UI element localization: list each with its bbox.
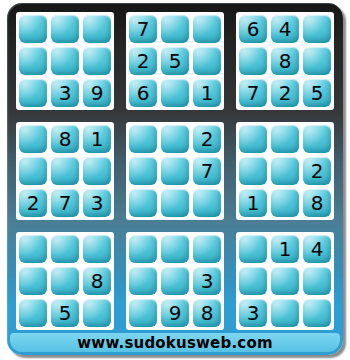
- cell-r9c6[interactable]: 8: [193, 299, 221, 327]
- cell-r3c5[interactable]: [161, 79, 189, 107]
- cell-r9c8[interactable]: [271, 299, 299, 327]
- cell-r2c1[interactable]: [19, 47, 47, 75]
- cell-r8c4[interactable]: [129, 267, 157, 295]
- cell-r6c8[interactable]: [271, 189, 299, 217]
- sudoku-page: 3972561648725812732721885398143 www.sudo…: [0, 0, 350, 360]
- cell-r7c6[interactable]: [193, 235, 221, 263]
- cell-r5c4[interactable]: [129, 157, 157, 185]
- cell-r5c3[interactable]: [83, 157, 111, 185]
- sudoku-box-1-3: 648725: [236, 12, 334, 110]
- sudoku-box-1-1: 39: [16, 12, 114, 110]
- cell-r9c1[interactable]: [19, 299, 47, 327]
- cell-r2c9[interactable]: [303, 47, 331, 75]
- cell-r2c2[interactable]: [51, 47, 79, 75]
- cell-r5c5[interactable]: [161, 157, 189, 185]
- sudoku-box-3-2: 398: [126, 232, 224, 330]
- cell-r2c4[interactable]: 2: [129, 47, 157, 75]
- cell-r5c1[interactable]: [19, 157, 47, 185]
- cell-r1c5[interactable]: [161, 15, 189, 43]
- cell-r7c4[interactable]: [129, 235, 157, 263]
- cell-r7c1[interactable]: [19, 235, 47, 263]
- cell-r7c2[interactable]: [51, 235, 79, 263]
- cell-r1c9[interactable]: [303, 15, 331, 43]
- cell-r2c6[interactable]: [193, 47, 221, 75]
- sudoku-board-frame: 3972561648725812732721885398143 www.sudo…: [7, 3, 343, 355]
- cell-r4c1[interactable]: [19, 125, 47, 153]
- cell-r2c8[interactable]: 8: [271, 47, 299, 75]
- cell-r7c5[interactable]: [161, 235, 189, 263]
- cell-r9c2[interactable]: 5: [51, 299, 79, 327]
- sudoku-box-3-1: 85: [16, 232, 114, 330]
- cell-r8c9[interactable]: [303, 267, 331, 295]
- sudoku-box-2-3: 218: [236, 122, 334, 220]
- footer-band: www.sudokusweb.com: [10, 333, 340, 352]
- cell-r4c5[interactable]: [161, 125, 189, 153]
- cell-r5c2[interactable]: [51, 157, 79, 185]
- sudoku-box-3-3: 143: [236, 232, 334, 330]
- cell-r6c3[interactable]: 3: [83, 189, 111, 217]
- cell-r9c7[interactable]: 3: [239, 299, 267, 327]
- cell-r5c9[interactable]: 2: [303, 157, 331, 185]
- cell-r6c1[interactable]: 2: [19, 189, 47, 217]
- cell-r8c5[interactable]: [161, 267, 189, 295]
- cell-r3c7[interactable]: 7: [239, 79, 267, 107]
- cell-r4c9[interactable]: [303, 125, 331, 153]
- cell-r7c7[interactable]: [239, 235, 267, 263]
- cell-r4c6[interactable]: 2: [193, 125, 221, 153]
- cell-r8c3[interactable]: 8: [83, 267, 111, 295]
- cell-r3c3[interactable]: 9: [83, 79, 111, 107]
- cell-r4c4[interactable]: [129, 125, 157, 153]
- cell-r3c1[interactable]: [19, 79, 47, 107]
- cell-r6c5[interactable]: [161, 189, 189, 217]
- cell-r3c4[interactable]: 6: [129, 79, 157, 107]
- cell-r8c1[interactable]: [19, 267, 47, 295]
- cell-r1c6[interactable]: [193, 15, 221, 43]
- cell-r8c7[interactable]: [239, 267, 267, 295]
- cell-r2c7[interactable]: [239, 47, 267, 75]
- cell-r4c8[interactable]: [271, 125, 299, 153]
- cell-r3c2[interactable]: 3: [51, 79, 79, 107]
- cell-r8c8[interactable]: [271, 267, 299, 295]
- sudoku-box-2-2: 27: [126, 122, 224, 220]
- cell-r9c9[interactable]: [303, 299, 331, 327]
- sudoku-box-1-2: 72561: [126, 12, 224, 110]
- cell-r2c5[interactable]: 5: [161, 47, 189, 75]
- cell-r2c3[interactable]: [83, 47, 111, 75]
- cell-r3c9[interactable]: 5: [303, 79, 331, 107]
- cell-r4c2[interactable]: 8: [51, 125, 79, 153]
- cell-r7c9[interactable]: 4: [303, 235, 331, 263]
- cell-r9c3[interactable]: [83, 299, 111, 327]
- cell-r1c7[interactable]: 6: [239, 15, 267, 43]
- cell-r8c6[interactable]: 3: [193, 267, 221, 295]
- cell-r3c6[interactable]: 1: [193, 79, 221, 107]
- cell-r6c4[interactable]: [129, 189, 157, 217]
- cell-r1c8[interactable]: 4: [271, 15, 299, 43]
- cell-r7c3[interactable]: [83, 235, 111, 263]
- cell-r5c8[interactable]: [271, 157, 299, 185]
- cell-r5c6[interactable]: 7: [193, 157, 221, 185]
- cell-r1c1[interactable]: [19, 15, 47, 43]
- cell-r1c2[interactable]: [51, 15, 79, 43]
- site-url-link[interactable]: www.sudokusweb.com: [77, 334, 272, 352]
- cell-r6c6[interactable]: [193, 189, 221, 217]
- cell-r8c2[interactable]: [51, 267, 79, 295]
- cell-r5c7[interactable]: [239, 157, 267, 185]
- cell-r6c2[interactable]: 7: [51, 189, 79, 217]
- sudoku-grid: 3972561648725812732721885398143: [16, 12, 334, 330]
- cell-r3c8[interactable]: 2: [271, 79, 299, 107]
- sudoku-box-2-1: 81273: [16, 122, 114, 220]
- cell-r9c4[interactable]: [129, 299, 157, 327]
- cell-r1c4[interactable]: 7: [129, 15, 157, 43]
- cell-r7c8[interactable]: 1: [271, 235, 299, 263]
- cell-r9c5[interactable]: 9: [161, 299, 189, 327]
- cell-r6c9[interactable]: 8: [303, 189, 331, 217]
- cell-r4c3[interactable]: 1: [83, 125, 111, 153]
- cell-r6c7[interactable]: 1: [239, 189, 267, 217]
- cell-r1c3[interactable]: [83, 15, 111, 43]
- cell-r4c7[interactable]: [239, 125, 267, 153]
